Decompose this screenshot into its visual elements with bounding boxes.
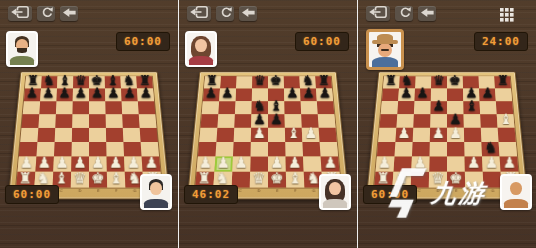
square-f1[interactable] xyxy=(465,172,484,188)
undo-arrow-icon xyxy=(421,6,434,21)
square-f2[interactable]: ♟ xyxy=(465,157,483,172)
piece-white-pawn[interactable]: ♟ xyxy=(411,154,429,172)
square-e8[interactable]: ♚ xyxy=(268,76,284,88)
piece-white-bishop[interactable]: ♝ xyxy=(498,111,515,128)
square-e5[interactable]: ♟ xyxy=(268,114,285,128)
square-b7[interactable]: ♟ xyxy=(398,89,415,102)
undo-button[interactable] xyxy=(239,6,257,21)
square-e1[interactable]: ♚ xyxy=(268,172,286,188)
game-panel-middle: 60:00 ♜♛♚♞♜♟♟♟♟♟♞♝♟♟♟♝♟♟♟♟♟♟♟♜♞♛♚♝♞♜ ABC… xyxy=(179,0,357,248)
toolbar xyxy=(187,6,257,21)
game-panel-right: 24:00 ♜♞♛♚♜♟♟♟♟♟♝♟♝♟♟♟♞♟♟♟♟♟♜♞♛♚♜ ABCDEF… xyxy=(358,0,536,248)
game-panel-left: 60:00 ♜♞♝♛♚♝♞♜♟♟♟♟♟♟♟♟♟♟♟♟♟♟♟♟♜♞♝♛♚♝♞♜ A… xyxy=(0,0,178,248)
avatar-face xyxy=(195,39,207,52)
square-g4[interactable]: ♟ xyxy=(302,128,320,142)
square-f4[interactable] xyxy=(464,128,482,142)
square-h5[interactable]: ♝ xyxy=(497,114,515,128)
file-label: D xyxy=(436,189,439,193)
piece-white-king[interactable]: ♚ xyxy=(268,169,286,187)
square-a7[interactable]: ♟ xyxy=(24,89,41,102)
piece-black-pawn[interactable]: ♟ xyxy=(40,85,56,101)
square-b6[interactable] xyxy=(218,101,235,114)
square-a6[interactable] xyxy=(202,101,219,114)
exit-button[interactable] xyxy=(366,6,390,21)
square-d6[interactable]: ♟ xyxy=(430,101,447,114)
square-d4[interactable]: ♟ xyxy=(430,128,447,142)
piece-black-pawn[interactable]: ♟ xyxy=(398,85,414,101)
square-f1[interactable]: ♝ xyxy=(107,172,126,188)
square-c5[interactable] xyxy=(234,114,251,128)
piece-black-pawn[interactable]: ♟ xyxy=(203,85,219,101)
piece-black-pawn[interactable]: ♟ xyxy=(56,85,72,101)
piece-black-pawn[interactable]: ♟ xyxy=(24,85,40,101)
square-g7[interactable]: ♟ xyxy=(121,89,138,102)
file-label: E xyxy=(276,189,279,193)
square-d7[interactable]: ♟ xyxy=(73,89,89,102)
exit-icon xyxy=(190,6,208,21)
avatar-face xyxy=(150,182,162,195)
square-c6[interactable] xyxy=(56,101,73,114)
piece-black-pawn[interactable]: ♟ xyxy=(268,111,285,128)
file-label: F xyxy=(473,189,475,193)
piece-white-bishop[interactable]: ♝ xyxy=(107,169,125,187)
chess-board[interactable]: ♜♞♛♚♜♟♟♟♟♟♝♟♝♟♟♟♞♟♟♟♟♟♜♞♛♚♜ xyxy=(373,76,521,189)
piece-black-pawn[interactable]: ♟ xyxy=(105,85,121,101)
avatar-shirt xyxy=(323,199,347,209)
square-b5[interactable] xyxy=(38,114,55,128)
square-h4[interactable] xyxy=(140,128,158,142)
piece-white-bishop[interactable]: ♝ xyxy=(285,125,302,142)
square-c4[interactable] xyxy=(234,128,252,142)
avatar-shirt xyxy=(144,199,168,209)
piece-black-pawn[interactable]: ♟ xyxy=(89,85,105,101)
square-c6[interactable] xyxy=(235,101,252,114)
square-e8[interactable]: ♚ xyxy=(447,76,463,88)
square-a7[interactable] xyxy=(382,89,399,102)
square-e7[interactable]: ♟ xyxy=(89,89,105,102)
square-h4[interactable] xyxy=(498,128,516,142)
file-label: F xyxy=(294,189,296,193)
opponent-avatar[interactable] xyxy=(185,31,217,67)
piece-white-pawn[interactable]: ♟ xyxy=(465,154,483,172)
square-g7[interactable]: ♟ xyxy=(300,89,317,102)
piece-black-bishop[interactable]: ♝ xyxy=(464,98,481,115)
square-c7[interactable] xyxy=(235,89,252,102)
square-e1[interactable]: ♚ xyxy=(89,172,107,188)
square-e4[interactable] xyxy=(268,128,285,142)
file-label: G xyxy=(312,189,315,193)
square-b5[interactable] xyxy=(217,114,234,128)
player-avatar[interactable] xyxy=(319,174,351,210)
opponent-timer: 60:00 xyxy=(295,32,349,51)
square-f1[interactable]: ♝ xyxy=(286,172,305,188)
square-h7[interactable]: ♟ xyxy=(137,89,154,102)
square-f7[interactable]: ♟ xyxy=(105,89,122,102)
square-b7[interactable]: ♟ xyxy=(40,89,57,102)
square-f4[interactable]: ♝ xyxy=(285,128,303,142)
restart-icon xyxy=(40,6,53,21)
piece-black-king[interactable]: ♚ xyxy=(268,72,284,88)
restart-button[interactable] xyxy=(395,6,413,21)
square-a4[interactable] xyxy=(20,128,38,142)
square-f5[interactable] xyxy=(106,114,123,128)
exit-button[interactable] xyxy=(8,6,32,21)
piece-black-rook[interactable]: ♜ xyxy=(383,72,399,88)
file-label: E xyxy=(97,189,100,193)
square-g5[interactable] xyxy=(122,114,139,128)
square-h5[interactable] xyxy=(139,114,157,128)
piece-black-pawn[interactable]: ♟ xyxy=(138,85,154,101)
square-d1[interactable]: ♛ xyxy=(250,172,268,188)
opponent-timer: 24:00 xyxy=(474,32,528,51)
square-c5[interactable] xyxy=(413,114,430,128)
square-g2[interactable]: ♟ xyxy=(482,157,501,172)
square-c5[interactable] xyxy=(55,114,72,128)
piece-white-king[interactable]: ♚ xyxy=(447,169,465,187)
file-label: D xyxy=(257,189,260,193)
avatar-mustache xyxy=(381,49,389,51)
square-a4[interactable] xyxy=(199,128,217,142)
avatar-hat-brim xyxy=(372,40,398,43)
undo-button[interactable] xyxy=(60,6,78,21)
piece-black-pawn[interactable]: ♟ xyxy=(301,85,317,101)
player-timer: 60:00 xyxy=(5,185,59,204)
piece-black-pawn[interactable]: ♟ xyxy=(284,85,300,101)
opponent-timer: 60:00 xyxy=(116,32,170,51)
piece-black-pawn[interactable]: ♟ xyxy=(73,85,89,101)
piece-white-bishop[interactable]: ♝ xyxy=(286,169,304,187)
square-f6[interactable]: ♝ xyxy=(463,101,480,114)
player-avatar[interactable] xyxy=(140,174,172,210)
opponent-avatar[interactable] xyxy=(366,29,404,70)
exit-button[interactable] xyxy=(187,6,211,21)
piece-white-pawn[interactable]: ♟ xyxy=(232,154,250,172)
opponent-avatar[interactable] xyxy=(6,31,38,67)
piece-white-pawn[interactable]: ♟ xyxy=(395,125,412,142)
piece-black-king[interactable]: ♚ xyxy=(447,72,463,88)
restart-icon xyxy=(219,6,232,21)
player-timer: 60:00 xyxy=(363,185,417,204)
player-avatar[interactable] xyxy=(500,174,532,210)
piece-black-pawn[interactable]: ♟ xyxy=(480,85,496,101)
square-e3[interactable] xyxy=(447,142,465,157)
file-label: C xyxy=(418,189,421,193)
square-e4[interactable]: ♟ xyxy=(447,128,464,142)
square-c4[interactable] xyxy=(413,128,431,142)
piece-white-pawn[interactable]: ♟ xyxy=(430,125,447,142)
square-d4[interactable] xyxy=(72,128,89,142)
square-f6[interactable] xyxy=(284,101,301,114)
grid-menu-icon xyxy=(500,10,514,25)
square-h6[interactable] xyxy=(317,101,334,114)
piece-black-queen[interactable]: ♛ xyxy=(431,72,447,88)
square-e6[interactable] xyxy=(89,101,106,114)
square-g6[interactable] xyxy=(301,101,318,114)
square-c7[interactable]: ♟ xyxy=(56,89,73,102)
square-d6[interactable] xyxy=(72,101,89,114)
restart-icon xyxy=(398,6,411,21)
square-g1[interactable] xyxy=(483,172,502,188)
square-c2[interactable]: ♟ xyxy=(232,157,250,172)
undo-arrow-icon xyxy=(63,6,76,21)
square-a6[interactable] xyxy=(381,101,398,114)
undo-arrow-icon xyxy=(242,6,255,21)
square-d8[interactable]: ♛ xyxy=(431,76,447,88)
square-h8[interactable]: ♜ xyxy=(494,76,511,88)
square-f5[interactable] xyxy=(464,114,481,128)
avatar-shirt xyxy=(10,56,34,66)
avatar-face xyxy=(510,182,522,195)
avatar-shirt xyxy=(504,199,528,209)
square-h7[interactable] xyxy=(495,89,512,102)
player-timer: 46:02 xyxy=(184,185,238,204)
square-g6[interactable] xyxy=(122,101,139,114)
chess-board[interactable]: ♜♞♝♛♚♝♞♜♟♟♟♟♟♟♟♟♟♟♟♟♟♟♟♟♜♞♝♛♚♝♞♜ xyxy=(15,76,163,189)
square-c8[interactable] xyxy=(236,76,252,88)
square-b6[interactable] xyxy=(397,101,414,114)
square-c6[interactable] xyxy=(414,101,431,114)
undo-button[interactable] xyxy=(418,6,436,21)
piece-black-pawn[interactable]: ♟ xyxy=(430,98,447,115)
file-label: G xyxy=(491,189,494,193)
square-a4[interactable] xyxy=(378,128,396,142)
square-b4[interactable]: ♟ xyxy=(395,128,413,142)
avatar-beard xyxy=(17,48,27,52)
piece-black-pawn[interactable]: ♟ xyxy=(317,85,333,101)
square-e1[interactable]: ♚ xyxy=(447,172,465,188)
square-a5[interactable] xyxy=(200,114,218,128)
exit-icon xyxy=(11,6,29,21)
piece-black-queen[interactable]: ♛ xyxy=(252,72,268,88)
square-d4[interactable]: ♟ xyxy=(251,128,268,142)
square-h6[interactable] xyxy=(138,101,155,114)
avatar-shirt xyxy=(189,56,213,66)
square-f4[interactable] xyxy=(106,128,124,142)
square-g5[interactable] xyxy=(480,114,497,128)
avatar-shirt xyxy=(372,57,399,68)
file-label: C xyxy=(60,189,63,193)
square-g6[interactable] xyxy=(480,101,497,114)
triple-chess-app-screenshot: 60:00 ♜♞♝♛♚♝♞♜♟♟♟♟♟♟♟♟♟♟♟♟♟♟♟♟♜♞♝♛♚♝♞♜ A… xyxy=(0,0,536,248)
square-g4[interactable] xyxy=(123,128,141,142)
square-c2[interactable]: ♟ xyxy=(411,157,429,172)
piece-white-queen[interactable]: ♛ xyxy=(429,169,447,187)
square-d5[interactable] xyxy=(72,114,89,128)
square-d1[interactable]: ♛ xyxy=(429,172,447,188)
square-h4[interactable] xyxy=(319,128,337,142)
square-e4[interactable] xyxy=(89,128,106,142)
restart-button[interactable] xyxy=(216,6,234,21)
file-label: E xyxy=(455,189,458,193)
square-h7[interactable]: ♟ xyxy=(316,89,333,102)
piece-white-pawn[interactable]: ♟ xyxy=(251,125,268,142)
square-d3[interactable] xyxy=(429,142,447,157)
square-e7[interactable] xyxy=(447,89,463,102)
square-b6[interactable] xyxy=(39,101,56,114)
piece-white-queen[interactable]: ♛ xyxy=(71,169,89,187)
piece-white-queen[interactable]: ♛ xyxy=(250,169,268,187)
exit-icon xyxy=(369,6,387,21)
file-label: F xyxy=(115,189,117,193)
grid-menu-button[interactable] xyxy=(499,8,514,22)
square-a5[interactable] xyxy=(21,114,39,128)
square-c7[interactable]: ♟ xyxy=(414,89,431,102)
square-d1[interactable]: ♛ xyxy=(71,172,89,188)
piece-black-pawn[interactable]: ♟ xyxy=(414,85,430,101)
piece-black-pawn[interactable]: ♟ xyxy=(122,85,138,101)
piece-white-pawn[interactable]: ♟ xyxy=(447,125,464,142)
square-g7[interactable]: ♟ xyxy=(479,89,496,102)
piece-white-king[interactable]: ♚ xyxy=(89,169,107,187)
square-b4[interactable] xyxy=(216,128,234,142)
piece-black-pawn[interactable]: ♟ xyxy=(219,85,235,101)
toolbar xyxy=(366,6,436,21)
square-c4[interactable] xyxy=(55,128,73,142)
restart-button[interactable] xyxy=(37,6,55,21)
square-b7[interactable]: ♟ xyxy=(219,89,236,102)
square-a7[interactable]: ♟ xyxy=(203,89,220,102)
file-label: C xyxy=(239,189,242,193)
square-g3[interactable] xyxy=(302,142,320,157)
square-a6[interactable] xyxy=(23,101,40,114)
file-label: G xyxy=(133,189,136,193)
square-f7[interactable]: ♟ xyxy=(284,89,301,102)
square-d8[interactable]: ♛ xyxy=(252,76,268,88)
piece-black-rook[interactable]: ♜ xyxy=(495,72,511,88)
square-f6[interactable] xyxy=(105,101,122,114)
piece-white-pawn[interactable]: ♟ xyxy=(302,125,319,142)
toolbar xyxy=(8,6,78,21)
chess-board[interactable]: ♜♛♚♞♜♟♟♟♟♟♞♝♟♟♟♝♟♟♟♟♟♟♟♜♞♛♚♝♞♜ xyxy=(194,76,342,189)
avatar-face xyxy=(329,182,341,195)
square-b3[interactable] xyxy=(394,142,412,157)
square-b4[interactable] xyxy=(37,128,55,142)
square-d3[interactable] xyxy=(250,142,268,157)
square-e5[interactable] xyxy=(89,114,106,128)
square-h5[interactable] xyxy=(318,114,336,128)
file-label: D xyxy=(78,189,81,193)
piece-white-pawn[interactable]: ♟ xyxy=(483,154,501,172)
